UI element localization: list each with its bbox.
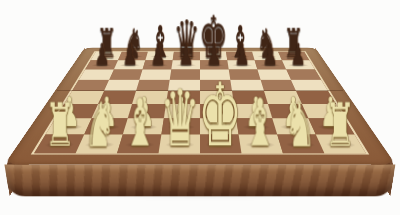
white-knight-piece[interactable]: ♞ bbox=[84, 95, 115, 154]
black-pawn-piece[interactable]: ♟ bbox=[290, 41, 305, 70]
square-g7[interactable]: ♟ bbox=[255, 60, 287, 69]
black-pawn-piece[interactable]: ♟ bbox=[94, 41, 109, 70]
square-h1[interactable]: ♜ bbox=[316, 135, 366, 154]
board-side-front bbox=[4, 165, 395, 197]
black-pawn-piece[interactable]: ♟ bbox=[122, 41, 137, 70]
chess-board-box: ♜♞♝♛♚♝♞♜♟♟♟♟♟♟♟♟♟♟♟♟♟♟♟♟♜♞♝♛♚♝♞♜ bbox=[4, 48, 395, 165]
square-b7[interactable]: ♟ bbox=[114, 60, 146, 69]
square-f1[interactable]: ♝ bbox=[239, 135, 283, 154]
white-queen-piece[interactable]: ♛ bbox=[160, 82, 200, 156]
square-e1[interactable]: ♚ bbox=[200, 135, 241, 154]
square-b6[interactable] bbox=[109, 69, 142, 79]
square-h6[interactable] bbox=[286, 69, 321, 79]
square-h7[interactable]: ♟ bbox=[282, 60, 315, 69]
square-d7[interactable]: ♟ bbox=[171, 60, 200, 69]
square-d1[interactable]: ♛ bbox=[159, 135, 200, 154]
black-pawn-piece[interactable]: ♟ bbox=[178, 41, 193, 70]
square-b1[interactable]: ♞ bbox=[76, 135, 123, 154]
board-top-surface: ♜♞♝♛♚♝♞♜♟♟♟♟♟♟♟♟♟♟♟♟♟♟♟♟♜♞♝♛♚♝♞♜ bbox=[4, 48, 395, 165]
square-c7[interactable]: ♟ bbox=[143, 60, 173, 69]
square-g1[interactable]: ♞ bbox=[277, 135, 324, 154]
square-a6[interactable] bbox=[79, 69, 114, 79]
square-c1[interactable]: ♝ bbox=[117, 135, 161, 154]
white-knight-piece[interactable]: ♞ bbox=[284, 95, 315, 154]
square-g6[interactable] bbox=[257, 69, 290, 79]
white-bishop-piece[interactable]: ♝ bbox=[123, 92, 156, 154]
black-pawn-piece[interactable]: ♟ bbox=[150, 41, 165, 70]
white-king-piece[interactable]: ♚ bbox=[198, 75, 242, 158]
chess-board: ♜♞♝♛♚♝♞♜♟♟♟♟♟♟♟♟♟♟♟♟♟♟♟♟♜♞♝♛♚♝♞♜ bbox=[31, 51, 369, 154]
black-pawn-piece[interactable]: ♟ bbox=[262, 41, 277, 70]
white-bishop-piece[interactable]: ♝ bbox=[243, 92, 276, 154]
chess-set-photo: ♜♞♝♛♚♝♞♜♟♟♟♟♟♟♟♟♟♟♟♟♟♟♟♟♜♞♝♛♚♝♞♜ bbox=[0, 0, 400, 215]
